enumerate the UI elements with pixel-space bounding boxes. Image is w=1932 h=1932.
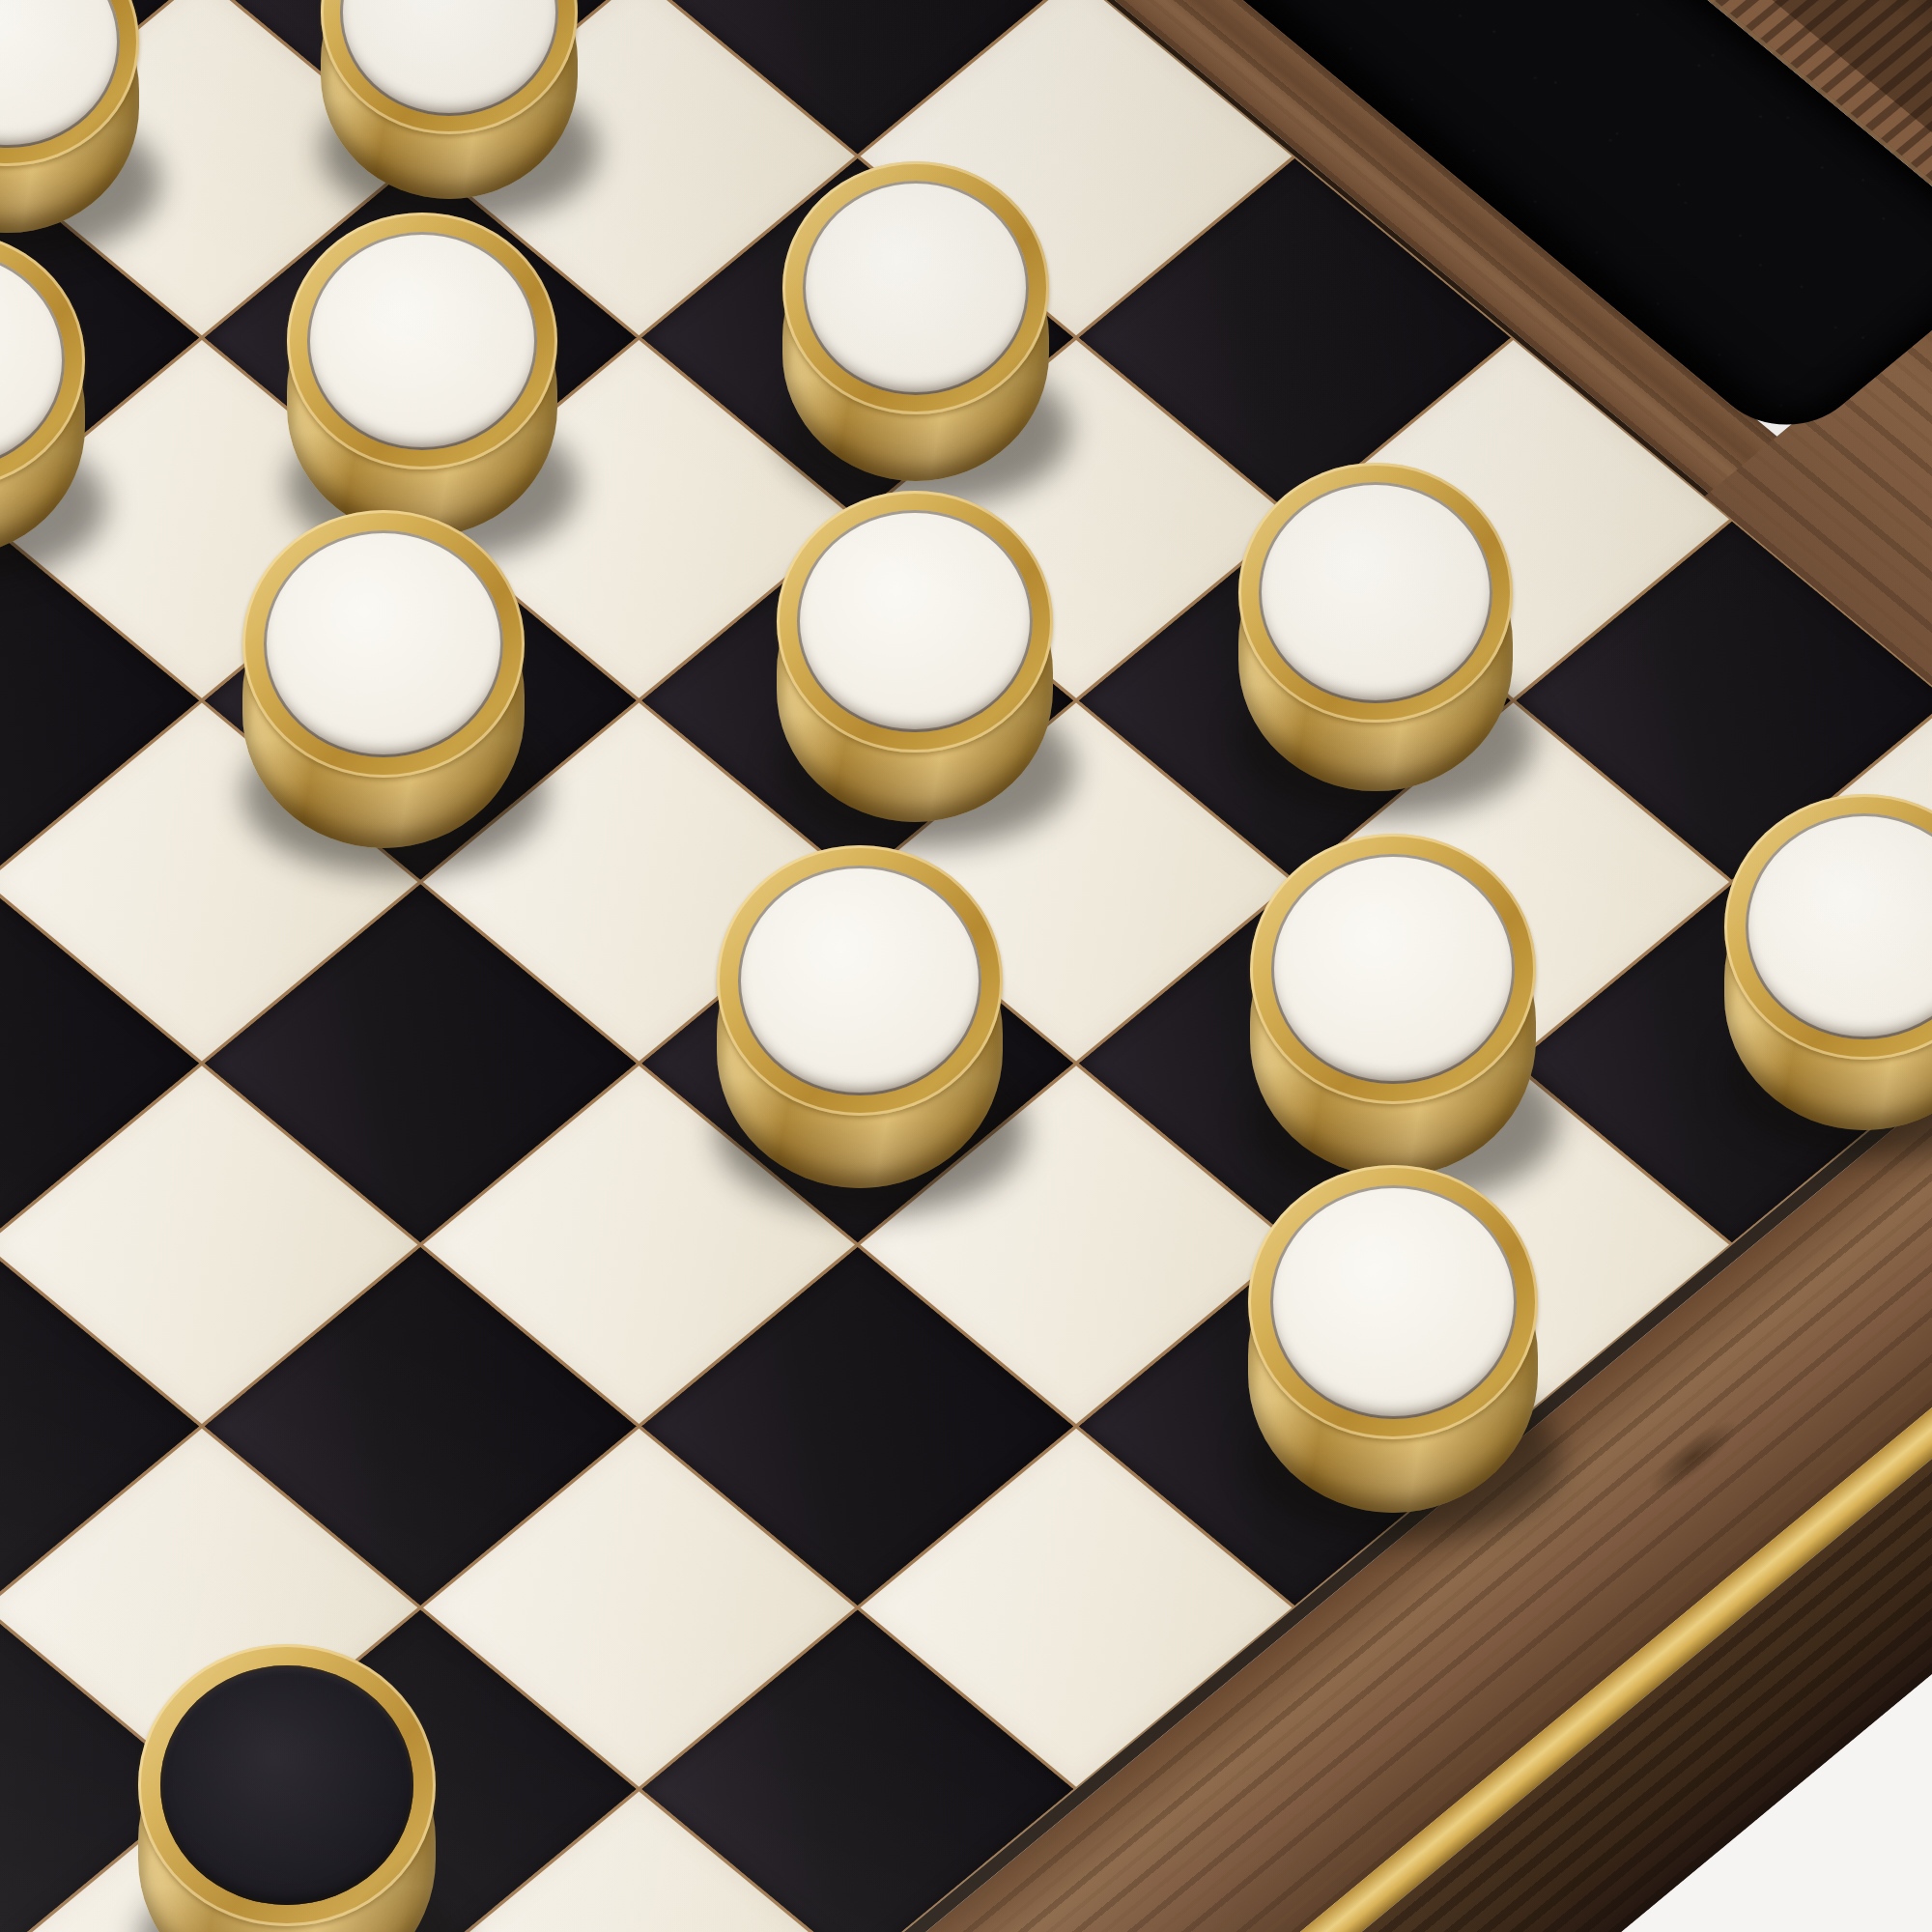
piece-brass-bezel xyxy=(717,845,1003,1117)
piece-brass-bezel xyxy=(1248,1165,1538,1439)
checker-piece-white[interactable] xyxy=(782,161,1049,481)
checker-piece-white[interactable] xyxy=(287,213,557,537)
checker-piece-white[interactable] xyxy=(1250,834,1536,1177)
piece-leather-top xyxy=(340,0,558,116)
piece-leather-top xyxy=(1746,813,1932,1039)
checker-piece-white[interactable] xyxy=(321,0,578,199)
checker-piece-white[interactable] xyxy=(1238,463,1513,792)
piece-brass-bezel xyxy=(782,161,1049,414)
checker-piece-white[interactable] xyxy=(0,232,85,556)
checker-piece-white[interactable] xyxy=(1248,1165,1538,1513)
piece-leather-top xyxy=(738,866,981,1096)
checker-piece-white[interactable] xyxy=(0,0,139,233)
piece-leather-top xyxy=(307,232,537,450)
piece-leather-top xyxy=(0,251,65,469)
checker-piece-black[interactable] xyxy=(138,1644,436,1932)
piece-brass-bezel xyxy=(1250,834,1536,1105)
checker-piece-white[interactable] xyxy=(1724,794,1932,1130)
piece-brass-bezel xyxy=(777,491,1053,753)
piece-leather-top xyxy=(803,181,1030,395)
checkers-photo-scene xyxy=(0,0,1932,1932)
piece-leather-top xyxy=(1271,854,1515,1085)
piece-leather-top xyxy=(1259,482,1492,703)
piece-leather-top xyxy=(797,510,1032,732)
piece-brass-bezel xyxy=(287,213,557,469)
piece-leather-top xyxy=(264,530,503,757)
piece-brass-bezel xyxy=(242,510,525,778)
checker-piece-white[interactable] xyxy=(777,491,1053,822)
piece-brass-bezel xyxy=(1238,463,1513,723)
piece-leather-top xyxy=(0,0,120,148)
piece-leather-top xyxy=(160,1665,413,1905)
piece-brass-bezel xyxy=(138,1644,436,1926)
piece-leather-top xyxy=(1270,1185,1517,1419)
checker-piece-white[interactable] xyxy=(242,510,525,848)
checker-piece-white[interactable] xyxy=(717,845,1003,1188)
